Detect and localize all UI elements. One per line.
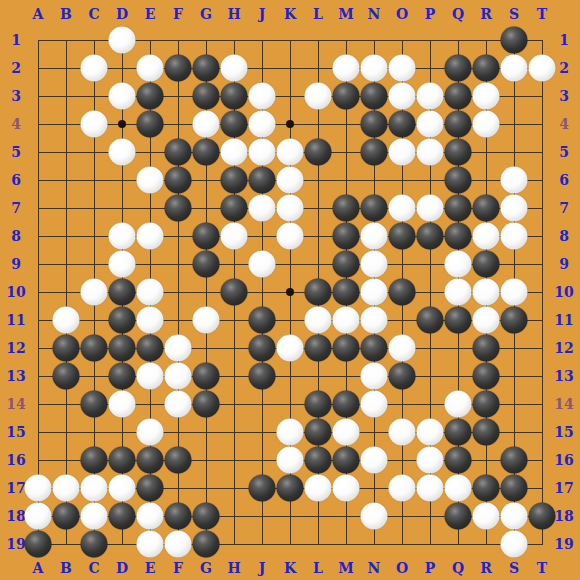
black-stone-R12[interactable] — [473, 335, 500, 362]
white-stone-M17[interactable] — [333, 475, 360, 502]
white-stone-N8[interactable] — [361, 223, 388, 250]
row-label-left: 16 — [6, 453, 25, 467]
white-stone-Q10[interactable] — [445, 279, 472, 306]
black-stone-E4[interactable] — [137, 111, 164, 138]
white-stone-M2[interactable] — [333, 55, 360, 82]
black-stone-E17[interactable] — [137, 475, 164, 502]
black-stone-E16[interactable] — [137, 447, 164, 474]
black-stone-P11[interactable] — [417, 307, 444, 334]
black-stone-Q5[interactable] — [445, 139, 472, 166]
go-board[interactable]: AABBCCDDEEFFGGHHJJKKLLMMNNOOPPQQRRSSTT11… — [0, 0, 580, 580]
white-stone-S6[interactable] — [501, 167, 528, 194]
white-stone-E19[interactable] — [137, 531, 164, 558]
white-stone-D3[interactable] — [109, 83, 136, 110]
row-label-right: 15 — [554, 425, 573, 439]
black-stone-G18[interactable] — [193, 503, 220, 530]
white-stone-D1[interactable] — [109, 27, 136, 54]
white-stone-D17[interactable] — [109, 475, 136, 502]
black-stone-Q6[interactable] — [445, 167, 472, 194]
black-stone-L16[interactable] — [305, 447, 332, 474]
row-label-left: 5 — [11, 145, 21, 159]
row-label-right: 10 — [554, 285, 573, 299]
black-stone-R9[interactable] — [473, 251, 500, 278]
row-label-left: 3 — [11, 89, 21, 103]
white-stone-R10[interactable] — [473, 279, 500, 306]
white-stone-O3[interactable] — [389, 83, 416, 110]
white-stone-R8[interactable] — [473, 223, 500, 250]
row-label-left: 2 — [11, 61, 21, 75]
white-stone-P3[interactable] — [417, 83, 444, 110]
column-label-top: T — [537, 7, 547, 21]
white-stone-K6[interactable] — [277, 167, 304, 194]
white-stone-P4[interactable] — [417, 111, 444, 138]
white-stone-O5[interactable] — [389, 139, 416, 166]
black-stone-S16[interactable] — [501, 447, 528, 474]
black-stone-E12[interactable] — [137, 335, 164, 362]
row-label-right: 17 — [554, 481, 573, 495]
white-stone-Q9[interactable] — [445, 251, 472, 278]
black-stone-D18[interactable] — [109, 503, 136, 530]
white-stone-J9[interactable] — [249, 251, 276, 278]
black-stone-Q8[interactable] — [445, 223, 472, 250]
grid-line-vertical — [542, 40, 543, 545]
white-stone-D5[interactable] — [109, 139, 136, 166]
white-stone-E2[interactable] — [137, 55, 164, 82]
column-label-bottom: C — [88, 561, 99, 575]
black-stone-O13[interactable] — [389, 363, 416, 390]
column-label-bottom: B — [60, 561, 72, 575]
white-stone-E8[interactable] — [137, 223, 164, 250]
white-stone-G4[interactable] — [193, 111, 220, 138]
black-stone-S1[interactable] — [501, 27, 528, 54]
row-label-right: 11 — [554, 313, 573, 327]
column-label-top: K — [284, 7, 296, 21]
white-stone-E13[interactable] — [137, 363, 164, 390]
black-stone-B18[interactable] — [53, 503, 80, 530]
white-stone-F13[interactable] — [165, 363, 192, 390]
column-label-top: A — [33, 7, 44, 21]
white-stone-K5[interactable] — [277, 139, 304, 166]
black-stone-R7[interactable] — [473, 195, 500, 222]
white-stone-O15[interactable] — [389, 419, 416, 446]
black-stone-M7[interactable] — [333, 195, 360, 222]
black-stone-F2[interactable] — [165, 55, 192, 82]
white-stone-S8[interactable] — [501, 223, 528, 250]
white-stone-D14[interactable] — [109, 391, 136, 418]
white-stone-N9[interactable] — [361, 251, 388, 278]
black-stone-G19[interactable] — [193, 531, 220, 558]
black-stone-G8[interactable] — [193, 223, 220, 250]
white-stone-O2[interactable] — [389, 55, 416, 82]
black-stone-J12[interactable] — [249, 335, 276, 362]
black-stone-C19[interactable] — [81, 531, 108, 558]
white-stone-L17[interactable] — [305, 475, 332, 502]
white-stone-B11[interactable] — [53, 307, 80, 334]
black-stone-L12[interactable] — [305, 335, 332, 362]
black-stone-C12[interactable] — [81, 335, 108, 362]
black-stone-G5[interactable] — [193, 139, 220, 166]
black-stone-G13[interactable] — [193, 363, 220, 390]
row-label-left: 12 — [6, 341, 25, 355]
white-stone-O17[interactable] — [389, 475, 416, 502]
black-stone-Q15[interactable] — [445, 419, 472, 446]
row-label-right: 19 — [554, 537, 573, 551]
white-stone-F12[interactable] — [165, 335, 192, 362]
white-stone-R4[interactable] — [473, 111, 500, 138]
column-label-top: H — [227, 7, 240, 21]
white-stone-J4[interactable] — [249, 111, 276, 138]
star-point — [286, 120, 294, 128]
black-stone-N5[interactable] — [361, 139, 388, 166]
column-label-top: N — [368, 7, 381, 21]
black-stone-L15[interactable] — [305, 419, 332, 446]
column-label-top: D — [116, 7, 128, 21]
white-stone-Q17[interactable] — [445, 475, 472, 502]
column-label-bottom: G — [200, 561, 212, 575]
column-label-bottom: T — [537, 561, 547, 575]
white-stone-K12[interactable] — [277, 335, 304, 362]
row-label-left: 15 — [6, 425, 25, 439]
white-stone-E18[interactable] — [137, 503, 164, 530]
black-stone-R2[interactable] — [473, 55, 500, 82]
black-stone-D12[interactable] — [109, 335, 136, 362]
black-stone-Q18[interactable] — [445, 503, 472, 530]
row-label-left: 6 — [11, 173, 21, 187]
white-stone-N10[interactable] — [361, 279, 388, 306]
black-stone-Q3[interactable] — [445, 83, 472, 110]
black-stone-S11[interactable] — [501, 307, 528, 334]
black-stone-R15[interactable] — [473, 419, 500, 446]
white-stone-D9[interactable] — [109, 251, 136, 278]
column-label-top: Q — [452, 7, 464, 21]
column-label-top: O — [396, 7, 408, 21]
black-stone-F5[interactable] — [165, 139, 192, 166]
column-label-bottom: P — [425, 561, 436, 575]
column-label-bottom: S — [509, 561, 519, 575]
white-stone-S10[interactable] — [501, 279, 528, 306]
black-stone-G2[interactable] — [193, 55, 220, 82]
black-stone-Q4[interactable] — [445, 111, 472, 138]
black-stone-M14[interactable] — [333, 391, 360, 418]
white-stone-N2[interactable] — [361, 55, 388, 82]
white-stone-P15[interactable] — [417, 419, 444, 446]
white-stone-A17[interactable] — [25, 475, 52, 502]
white-stone-K16[interactable] — [277, 447, 304, 474]
column-label-top: P — [425, 7, 436, 21]
white-stone-K15[interactable] — [277, 419, 304, 446]
row-label-left: 4 — [11, 117, 21, 131]
black-stone-J6[interactable] — [249, 167, 276, 194]
black-stone-O8[interactable] — [389, 223, 416, 250]
black-stone-F7[interactable] — [165, 195, 192, 222]
black-stone-G3[interactable] — [193, 83, 220, 110]
white-stone-N13[interactable] — [361, 363, 388, 390]
white-stone-L11[interactable] — [305, 307, 332, 334]
row-label-right: 16 — [554, 453, 573, 467]
white-stone-R11[interactable] — [473, 307, 500, 334]
white-stone-G11[interactable] — [193, 307, 220, 334]
black-stone-O4[interactable] — [389, 111, 416, 138]
row-label-left: 11 — [6, 313, 25, 327]
row-label-right: 12 — [554, 341, 573, 355]
black-stone-L5[interactable] — [305, 139, 332, 166]
white-stone-N14[interactable] — [361, 391, 388, 418]
black-stone-N12[interactable] — [361, 335, 388, 362]
white-stone-S2[interactable] — [501, 55, 528, 82]
star-point — [118, 120, 126, 128]
column-label-bottom: H — [227, 561, 240, 575]
black-stone-M9[interactable] — [333, 251, 360, 278]
grid-line-vertical — [38, 40, 39, 545]
column-label-top: C — [88, 7, 99, 21]
white-stone-C2[interactable] — [81, 55, 108, 82]
row-label-left: 13 — [6, 369, 25, 383]
white-stone-A18[interactable] — [25, 503, 52, 530]
white-stone-C18[interactable] — [81, 503, 108, 530]
row-label-right: 6 — [559, 173, 569, 187]
white-stone-F14[interactable] — [165, 391, 192, 418]
row-label-left: 7 — [11, 201, 21, 215]
black-stone-A19[interactable] — [25, 531, 52, 558]
white-stone-C10[interactable] — [81, 279, 108, 306]
black-stone-B13[interactable] — [53, 363, 80, 390]
black-stone-C14[interactable] — [81, 391, 108, 418]
white-stone-T2[interactable] — [529, 55, 556, 82]
column-label-bottom: L — [313, 561, 323, 575]
white-stone-D8[interactable] — [109, 223, 136, 250]
white-stone-J7[interactable] — [249, 195, 276, 222]
black-stone-E3[interactable] — [137, 83, 164, 110]
black-stone-F18[interactable] — [165, 503, 192, 530]
white-stone-E11[interactable] — [137, 307, 164, 334]
column-label-top: R — [480, 7, 492, 21]
black-stone-M12[interactable] — [333, 335, 360, 362]
white-stone-F19[interactable] — [165, 531, 192, 558]
white-stone-E6[interactable] — [137, 167, 164, 194]
row-label-left: 19 — [6, 537, 25, 551]
white-stone-B17[interactable] — [53, 475, 80, 502]
black-stone-R17[interactable] — [473, 475, 500, 502]
black-stone-F6[interactable] — [165, 167, 192, 194]
black-stone-F16[interactable] — [165, 447, 192, 474]
row-label-left: 9 — [11, 257, 21, 271]
white-stone-O12[interactable] — [389, 335, 416, 362]
black-stone-L14[interactable] — [305, 391, 332, 418]
column-label-bottom: J — [259, 561, 266, 575]
white-stone-H8[interactable] — [221, 223, 248, 250]
white-stone-N16[interactable] — [361, 447, 388, 474]
black-stone-J13[interactable] — [249, 363, 276, 390]
row-label-right: 14 — [554, 397, 573, 411]
column-label-top: F — [173, 7, 183, 21]
white-stone-K7[interactable] — [277, 195, 304, 222]
black-stone-P8[interactable] — [417, 223, 444, 250]
column-label-bottom: N — [368, 561, 381, 575]
column-label-bottom: D — [116, 561, 128, 575]
row-label-right: 9 — [559, 257, 569, 271]
white-stone-S7[interactable] — [501, 195, 528, 222]
row-label-right: 1 — [559, 33, 569, 47]
column-label-bottom: Q — [452, 561, 464, 575]
row-label-right: 18 — [554, 509, 573, 523]
white-stone-M11[interactable] — [333, 307, 360, 334]
row-label-left: 10 — [6, 285, 25, 299]
black-stone-H10[interactable] — [221, 279, 248, 306]
column-label-top: J — [259, 7, 266, 21]
row-label-left: 14 — [6, 397, 25, 411]
column-label-bottom: K — [284, 561, 296, 575]
white-stone-R3[interactable] — [473, 83, 500, 110]
black-stone-C16[interactable] — [81, 447, 108, 474]
column-label-bottom: F — [173, 561, 183, 575]
row-label-right: 8 — [559, 229, 569, 243]
column-label-bottom: R — [480, 561, 492, 575]
black-stone-D11[interactable] — [109, 307, 136, 334]
black-stone-R14[interactable] — [473, 391, 500, 418]
column-label-bottom: A — [33, 561, 44, 575]
black-stone-Q11[interactable] — [445, 307, 472, 334]
white-stone-P5[interactable] — [417, 139, 444, 166]
column-label-top: M — [338, 7, 354, 21]
black-stone-J11[interactable] — [249, 307, 276, 334]
row-label-right: 7 — [559, 201, 569, 215]
white-stone-K8[interactable] — [277, 223, 304, 250]
black-stone-H4[interactable] — [221, 111, 248, 138]
black-stone-Q16[interactable] — [445, 447, 472, 474]
row-label-left: 17 — [6, 481, 25, 495]
black-stone-G9[interactable] — [193, 251, 220, 278]
white-stone-E10[interactable] — [137, 279, 164, 306]
black-stone-M16[interactable] — [333, 447, 360, 474]
white-stone-C17[interactable] — [81, 475, 108, 502]
white-stone-H5[interactable] — [221, 139, 248, 166]
black-stone-H6[interactable] — [221, 167, 248, 194]
row-label-right: 5 — [559, 145, 569, 159]
white-stone-J5[interactable] — [249, 139, 276, 166]
black-stone-D16[interactable] — [109, 447, 136, 474]
white-stone-S18[interactable] — [501, 503, 528, 530]
black-stone-B12[interactable] — [53, 335, 80, 362]
row-label-left: 18 — [6, 509, 25, 523]
column-label-top: G — [200, 7, 212, 21]
column-label-top: S — [509, 7, 519, 21]
black-stone-G14[interactable] — [193, 391, 220, 418]
black-stone-Q7[interactable] — [445, 195, 472, 222]
black-stone-R13[interactable] — [473, 363, 500, 390]
black-stone-N4[interactable] — [361, 111, 388, 138]
black-stone-M8[interactable] — [333, 223, 360, 250]
row-label-right: 4 — [559, 117, 569, 131]
row-label-right: 13 — [554, 369, 573, 383]
black-stone-J17[interactable] — [249, 475, 276, 502]
white-stone-R18[interactable] — [473, 503, 500, 530]
row-label-left: 8 — [11, 229, 21, 243]
black-stone-H3[interactable] — [221, 83, 248, 110]
column-label-bottom: M — [338, 561, 354, 575]
white-stone-O7[interactable] — [389, 195, 416, 222]
column-label-top: B — [60, 7, 72, 21]
row-label-left: 1 — [11, 33, 21, 47]
black-stone-M3[interactable] — [333, 83, 360, 110]
black-stone-N7[interactable] — [361, 195, 388, 222]
column-label-bottom: E — [145, 561, 156, 575]
white-stone-P17[interactable] — [417, 475, 444, 502]
white-stone-L3[interactable] — [305, 83, 332, 110]
black-stone-M10[interactable] — [333, 279, 360, 306]
white-stone-E15[interactable] — [137, 419, 164, 446]
column-label-bottom: O — [396, 561, 408, 575]
white-stone-P7[interactable] — [417, 195, 444, 222]
white-stone-N18[interactable] — [361, 503, 388, 530]
black-stone-N3[interactable] — [361, 83, 388, 110]
white-stone-P16[interactable] — [417, 447, 444, 474]
black-stone-S17[interactable] — [501, 475, 528, 502]
star-point — [286, 288, 294, 296]
black-stone-T18[interactable] — [529, 503, 556, 530]
black-stone-Q2[interactable] — [445, 55, 472, 82]
column-label-top: E — [145, 7, 156, 21]
black-stone-L10[interactable] — [305, 279, 332, 306]
white-stone-J3[interactable] — [249, 83, 276, 110]
row-label-right: 2 — [559, 61, 569, 75]
black-stone-O10[interactable] — [389, 279, 416, 306]
grid-line-vertical — [66, 40, 67, 545]
row-label-right: 3 — [559, 89, 569, 103]
black-stone-H7[interactable] — [221, 195, 248, 222]
black-stone-D13[interactable] — [109, 363, 136, 390]
white-stone-M15[interactable] — [333, 419, 360, 446]
white-stone-Q14[interactable] — [445, 391, 472, 418]
black-stone-D10[interactable] — [109, 279, 136, 306]
white-stone-N11[interactable] — [361, 307, 388, 334]
white-stone-H2[interactable] — [221, 55, 248, 82]
white-stone-C4[interactable] — [81, 111, 108, 138]
black-stone-K17[interactable] — [277, 475, 304, 502]
white-stone-S19[interactable] — [501, 531, 528, 558]
column-label-top: L — [313, 7, 323, 21]
